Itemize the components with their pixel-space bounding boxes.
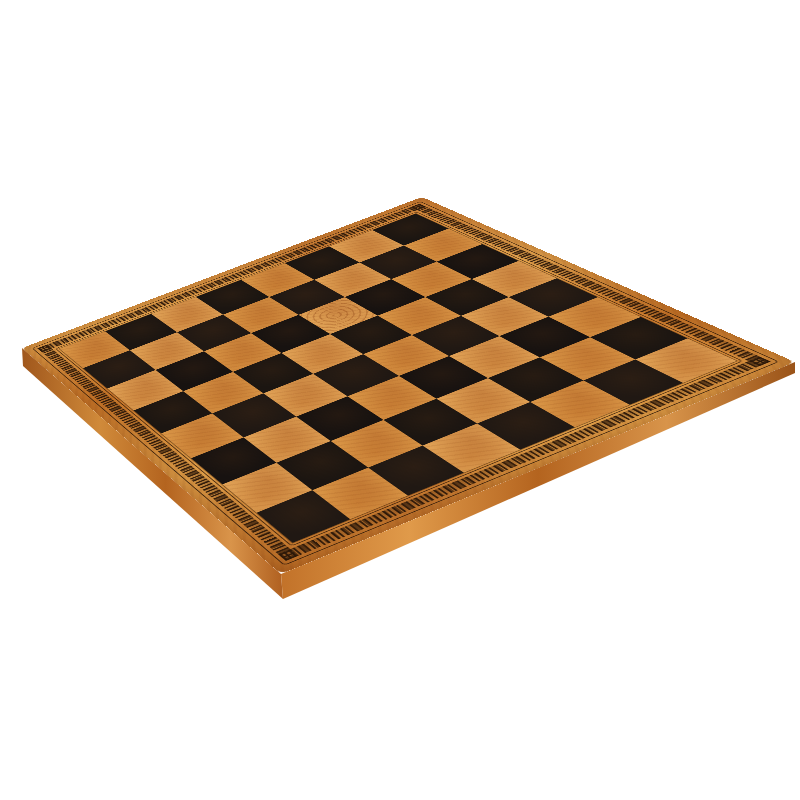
product-photo-background xyxy=(0,0,800,800)
